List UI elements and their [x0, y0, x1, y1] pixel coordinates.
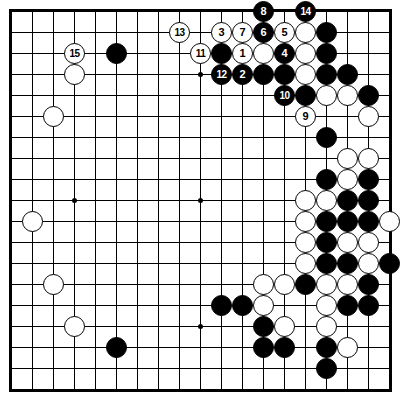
- move-number: 8: [260, 6, 266, 17]
- black-stone: [358, 169, 379, 190]
- white-stone: [253, 274, 274, 295]
- black-stone: [253, 337, 274, 358]
- black-stone: [295, 85, 316, 106]
- white-stone: [358, 106, 379, 127]
- move-number: 15: [69, 49, 79, 59]
- black-stone: [337, 64, 358, 85]
- star-point: [72, 198, 77, 203]
- black-stone: [106, 43, 127, 64]
- white-stone: [64, 316, 85, 337]
- black-stone: [106, 337, 127, 358]
- black-stone: [316, 337, 337, 358]
- white-stone: [295, 253, 316, 274]
- black-stone: [316, 253, 337, 274]
- black-stone: [274, 64, 295, 85]
- black-stone: [316, 64, 337, 85]
- black-stone: [337, 190, 358, 211]
- star-point: [198, 324, 203, 329]
- numbered-black-stone: 2: [232, 64, 253, 85]
- white-stone: [337, 169, 358, 190]
- black-stone: [358, 190, 379, 211]
- white-stone: [295, 190, 316, 211]
- stones-layer: 814133765151114122109: [0, 0, 400, 400]
- white-stone: [337, 274, 358, 295]
- black-stone: [337, 295, 358, 316]
- numbered-white-stone: 1: [232, 43, 253, 64]
- white-stone: [337, 148, 358, 169]
- white-stone: [295, 64, 316, 85]
- white-stone: [337, 85, 358, 106]
- white-stone: [316, 316, 337, 337]
- white-stone: [295, 211, 316, 232]
- white-stone: [358, 232, 379, 253]
- black-stone: [316, 169, 337, 190]
- white-stone: [295, 43, 316, 64]
- move-number: 13: [174, 28, 184, 38]
- white-stone: [316, 85, 337, 106]
- white-stone: [379, 211, 400, 232]
- black-stone: [337, 253, 358, 274]
- black-stone: [337, 211, 358, 232]
- white-stone: [43, 106, 64, 127]
- white-stone: [253, 295, 274, 316]
- black-stone: [358, 85, 379, 106]
- numbered-black-stone: 8: [253, 1, 274, 22]
- numbered-white-stone: 3: [211, 22, 232, 43]
- move-number: 5: [281, 27, 287, 38]
- black-stone: [316, 211, 337, 232]
- white-stone: [274, 316, 295, 337]
- move-number: 7: [239, 27, 245, 38]
- move-number: 3: [218, 27, 224, 38]
- white-stone: [316, 190, 337, 211]
- white-stone: [358, 253, 379, 274]
- white-stone: [337, 232, 358, 253]
- numbered-black-stone: 10: [274, 85, 295, 106]
- white-stone: [316, 274, 337, 295]
- black-stone: [274, 337, 295, 358]
- white-stone: [43, 274, 64, 295]
- black-stone: [253, 316, 274, 337]
- numbered-black-stone: 12: [211, 64, 232, 85]
- black-stone: [379, 253, 400, 274]
- numbered-white-stone: 5: [274, 22, 295, 43]
- black-stone: [232, 295, 253, 316]
- black-stone: [316, 358, 337, 379]
- white-stone: [274, 274, 295, 295]
- white-stone: [358, 148, 379, 169]
- black-stone: [316, 22, 337, 43]
- white-stone: [64, 64, 85, 85]
- move-number: 14: [300, 7, 310, 17]
- white-stone: [22, 211, 43, 232]
- numbered-white-stone: 15: [64, 43, 85, 64]
- move-number: 4: [281, 48, 287, 59]
- black-stone: [211, 43, 232, 64]
- black-stone: [211, 295, 232, 316]
- numbered-black-stone: 6: [253, 22, 274, 43]
- white-stone: [337, 337, 358, 358]
- white-stone: [316, 295, 337, 316]
- black-stone: [316, 43, 337, 64]
- move-number: 12: [216, 70, 226, 80]
- move-number: 11: [196, 49, 206, 59]
- move-number: 6: [260, 27, 266, 38]
- move-number: 10: [279, 91, 289, 101]
- black-stone: [358, 211, 379, 232]
- numbered-white-stone: 11: [190, 43, 211, 64]
- star-point: [198, 72, 203, 77]
- numbered-white-stone: 9: [295, 106, 316, 127]
- numbered-white-stone: 13: [169, 22, 190, 43]
- move-number: 9: [302, 111, 308, 122]
- move-number: 1: [239, 48, 245, 59]
- white-stone: [295, 232, 316, 253]
- black-stone: [316, 232, 337, 253]
- move-number: 2: [239, 69, 245, 80]
- white-stone: [253, 43, 274, 64]
- numbered-black-stone: 14: [295, 1, 316, 22]
- black-stone: [295, 274, 316, 295]
- black-stone: [358, 274, 379, 295]
- numbered-black-stone: 4: [274, 43, 295, 64]
- go-board: 814133765151114122109: [0, 0, 400, 400]
- white-stone: [295, 22, 316, 43]
- black-stone: [253, 64, 274, 85]
- black-stone: [358, 295, 379, 316]
- star-point: [198, 198, 203, 203]
- black-stone: [316, 127, 337, 148]
- numbered-white-stone: 7: [232, 22, 253, 43]
